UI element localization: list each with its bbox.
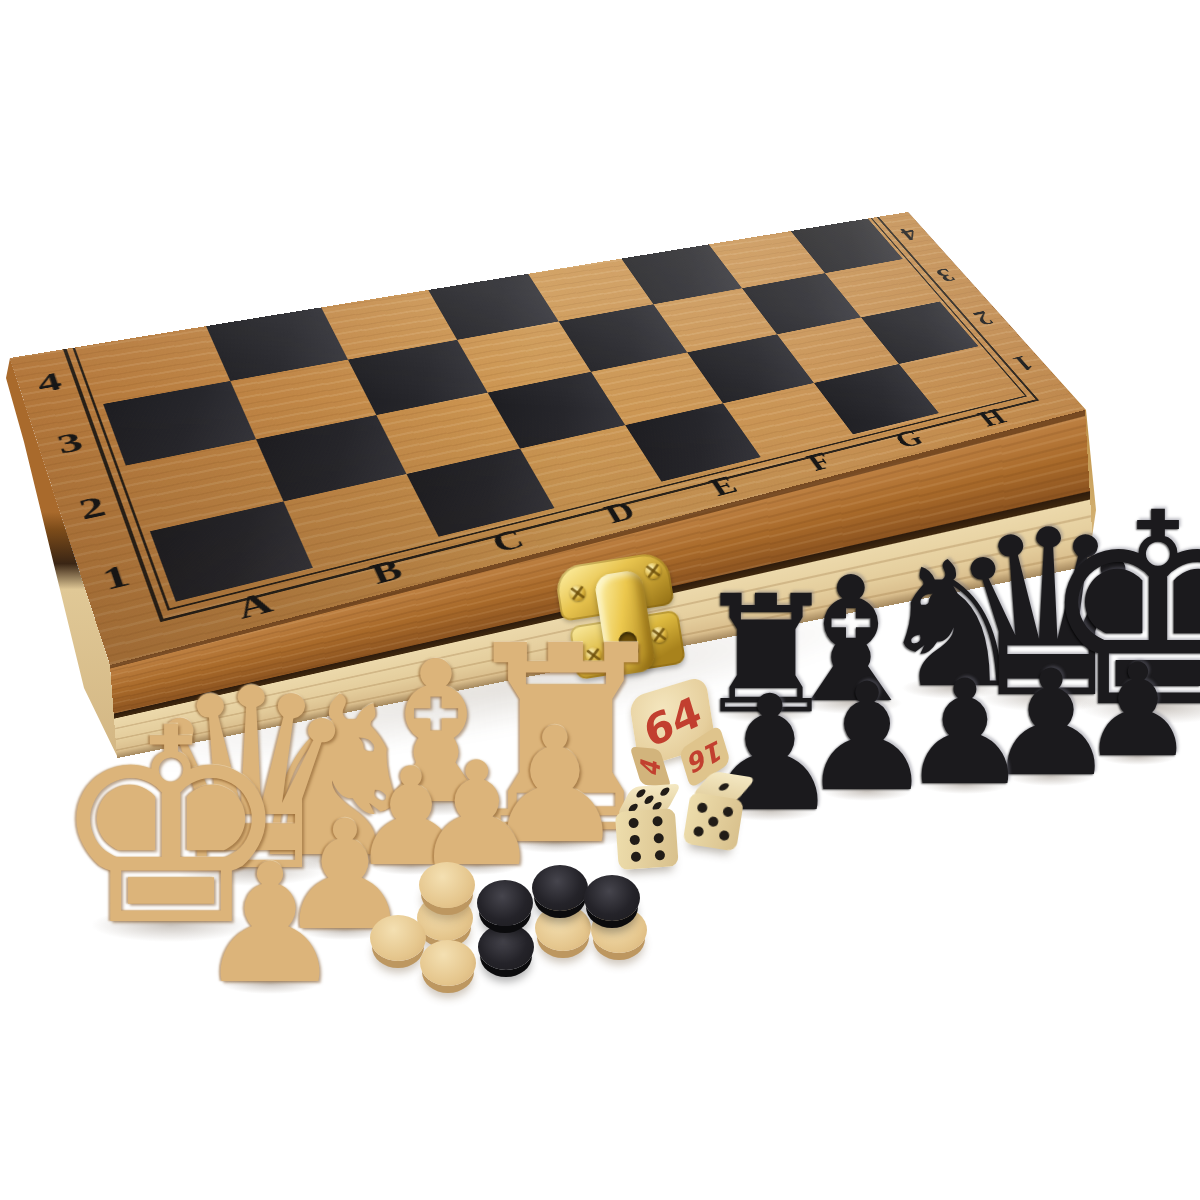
die-pip: [643, 795, 655, 804]
dark-checker-disc-10: [477, 880, 533, 926]
die-pip: [693, 826, 704, 837]
brass-latch: [539, 545, 710, 701]
die-pip: [635, 789, 647, 798]
doubling-die-left-face-numeral: 4: [634, 754, 666, 779]
light-checker-disc-5: [535, 905, 591, 951]
black-pawn-4-shadow: [1008, 767, 1094, 785]
light-checker-disc-2: [419, 862, 475, 908]
white-pawn-1-shadow: [221, 973, 319, 994]
die-pip: [652, 816, 663, 827]
die-pip: [708, 816, 719, 827]
light-checker-disc-3: [370, 915, 426, 961]
die-pip: [629, 835, 640, 846]
black-rook-shadow: [718, 703, 814, 723]
latch-hook-slot: [618, 630, 640, 660]
die-pip: [722, 806, 733, 817]
pip-die-1: [613, 784, 681, 872]
pip-die-2-front-face: [683, 792, 744, 852]
black-king-shadow: [1079, 690, 1200, 723]
die-pip: [718, 830, 729, 841]
dark-checker-disc-9: [478, 924, 534, 970]
die-pip: [655, 850, 666, 861]
black-pawn-3-shadow: [922, 776, 1008, 794]
pip-die-1-front-face: [615, 808, 679, 870]
white-queen-shadow: [177, 855, 325, 886]
die-pip: [653, 833, 664, 844]
product-photo-stage: 43214321ABCDEFGH ♞♛♝♚♜♟♟♟♟♝♟♜♟♞♟♟♛♚♟♟ 64…: [0, 0, 1200, 1200]
white-pawn-5-shadow: [508, 833, 602, 853]
dark-checker-disc-7: [532, 865, 588, 911]
die-pip: [697, 802, 708, 813]
pip-die-2: [682, 768, 750, 854]
die-pip: [631, 852, 642, 863]
black-pawn-5-shadow: [1100, 749, 1176, 765]
dark-checker-disc-8: [584, 875, 640, 921]
black-bishop-shadow: [800, 692, 902, 714]
die-pip: [659, 787, 671, 796]
black-pawn-2-shadow: [823, 782, 911, 801]
light-checker-disc-4: [420, 940, 476, 986]
die-pip: [717, 783, 731, 791]
white-king-shadow: [91, 908, 251, 942]
die-pip: [628, 817, 639, 828]
white-bishop-shadow: [378, 792, 494, 817]
